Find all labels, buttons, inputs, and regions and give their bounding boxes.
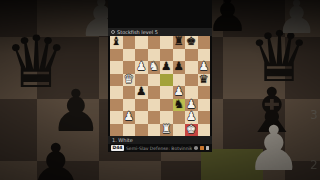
move-bar: 1. White	[108, 136, 212, 144]
square-d3[interactable]	[148, 99, 161, 112]
square-e8[interactable]	[160, 36, 173, 49]
square-g5[interactable]	[185, 74, 198, 87]
pawn-silhouette-icon: ♟	[28, 136, 84, 180]
square-e6[interactable]: ♟	[160, 61, 173, 74]
square-h1[interactable]	[198, 124, 211, 137]
square-a8[interactable]: ♝	[110, 36, 123, 49]
backdrop-highlight-square	[201, 149, 263, 180]
queen-silhouette-icon: ♛	[4, 26, 69, 98]
white-pawn-icon: ♟	[173, 85, 186, 98]
bishop-silhouette-icon: ♝	[244, 80, 300, 142]
square-d8[interactable]	[148, 36, 161, 49]
square-a2[interactable]	[110, 111, 123, 124]
white-queen-icon: ♛	[123, 73, 136, 86]
square-d7[interactable]	[148, 49, 161, 62]
square-e5[interactable]	[160, 74, 173, 87]
square-f3[interactable]: ♞	[173, 99, 186, 112]
square-d2[interactable]	[148, 111, 161, 124]
square-f5[interactable]	[173, 74, 186, 87]
white-pawn-icon: ♟	[123, 110, 136, 123]
black-pawn-icon: ♟	[135, 85, 148, 98]
square-c7[interactable]	[135, 49, 148, 62]
eye-icon[interactable]	[194, 146, 198, 150]
white-rook-icon: ♜	[160, 123, 173, 136]
square-g6[interactable]	[185, 61, 198, 74]
engine-icon	[111, 30, 115, 34]
square-h8[interactable]	[198, 36, 211, 49]
square-d1[interactable]	[148, 124, 161, 137]
square-c8[interactable]	[135, 36, 148, 49]
square-f2[interactable]	[173, 111, 186, 124]
square-d4[interactable]	[148, 86, 161, 99]
square-b2[interactable]: ♟	[123, 111, 136, 124]
square-h5[interactable]: ♛	[198, 74, 211, 87]
queen-silhouette-icon: ♛	[248, 22, 311, 92]
share-icon[interactable]	[206, 146, 210, 150]
book-icon[interactable]	[200, 146, 204, 150]
black-pawn-icon: ♟	[173, 60, 186, 73]
square-h7[interactable]	[198, 49, 211, 62]
opening-name: Semi-Slav Defense: Botvinnik Variation	[126, 146, 192, 151]
square-a3[interactable]	[110, 99, 123, 112]
engine-title: Stockfish level 5	[117, 29, 158, 35]
square-e7[interactable]	[160, 49, 173, 62]
square-g2[interactable]: ♟	[185, 111, 198, 124]
pawn-silhouette-icon: ♟	[206, 0, 249, 38]
square-b4[interactable]	[123, 86, 136, 99]
square-a7[interactable]	[110, 49, 123, 62]
square-g1[interactable]: ♚	[185, 124, 198, 137]
white-pawn-icon: ♟	[185, 98, 198, 111]
square-b8[interactable]	[123, 36, 136, 49]
backdrop-rank-label: 3	[310, 108, 318, 122]
square-b5[interactable]: ♛	[123, 74, 136, 87]
square-c2[interactable]	[135, 111, 148, 124]
backdrop-rank-label: 2	[310, 158, 318, 172]
square-b3[interactable]	[123, 99, 136, 112]
pawn-silhouette-icon: ♟	[276, 0, 317, 40]
black-queen-icon: ♛	[198, 73, 211, 86]
chess-app-screen: Stockfish level 5 ♝♜♚♟♞♟♟♟♛♛♟♟♞♟♟♟♜♚ 1. …	[108, 0, 212, 152]
square-e3[interactable]	[160, 99, 173, 112]
white-pawn-icon: ♟	[135, 60, 148, 73]
square-h3[interactable]	[198, 99, 211, 112]
square-d6[interactable]: ♞	[148, 61, 161, 74]
square-g4[interactable]	[185, 86, 198, 99]
square-c5[interactable]	[135, 74, 148, 87]
square-b6[interactable]	[123, 61, 136, 74]
square-c4[interactable]: ♟	[135, 86, 148, 99]
square-h4[interactable]	[198, 86, 211, 99]
square-f4[interactable]: ♟	[173, 86, 186, 99]
square-e2[interactable]	[160, 111, 173, 124]
black-knight-icon: ♞	[173, 98, 186, 111]
move-indicator: 1. White	[112, 137, 133, 143]
engine-title-bar: Stockfish level 5	[108, 28, 212, 36]
opening-bar: D44 Semi-Slav Defense: Botvinnik Variati…	[108, 144, 212, 152]
video-frame: ♛♟♟♟♟♛♝♟♟32 Stockfish level 5 ♝♜♚♟♞♟♟♟♛♛…	[0, 0, 320, 180]
white-king-icon: ♚	[185, 123, 198, 136]
square-a6[interactable]	[110, 61, 123, 74]
chess-board[interactable]: ♝♜♚♟♞♟♟♟♛♛♟♟♞♟♟♟♜♚	[110, 36, 210, 136]
square-a4[interactable]	[110, 86, 123, 99]
square-e1[interactable]: ♜	[160, 124, 173, 137]
black-pawn-icon: ♟	[160, 60, 173, 73]
square-c3[interactable]	[135, 99, 148, 112]
white-knight-icon: ♞	[148, 60, 161, 73]
square-g8[interactable]: ♚	[185, 36, 198, 49]
square-c1[interactable]	[135, 124, 148, 137]
square-g3[interactable]: ♟	[185, 99, 198, 112]
eco-badge: D44	[111, 145, 124, 151]
square-c6[interactable]: ♟	[135, 61, 148, 74]
square-f8[interactable]: ♜	[173, 36, 186, 49]
square-h2[interactable]	[198, 111, 211, 124]
black-bishop-icon: ♝	[110, 35, 123, 48]
black-king-icon: ♚	[185, 35, 198, 48]
square-f1[interactable]	[173, 124, 186, 137]
black-rook-icon: ♜	[173, 35, 186, 48]
square-b1[interactable]	[123, 124, 136, 137]
square-a5[interactable]	[110, 74, 123, 87]
square-d5[interactable]	[148, 74, 161, 87]
square-b7[interactable]	[123, 49, 136, 62]
square-h6[interactable]: ♟	[198, 61, 211, 74]
square-f7[interactable]	[173, 49, 186, 62]
square-f6[interactable]: ♟	[173, 61, 186, 74]
square-g7[interactable]	[185, 49, 198, 62]
pawn-silhouette-icon: ♟	[50, 82, 102, 140]
square-e4[interactable]	[160, 86, 173, 99]
white-pawn-icon: ♟	[185, 110, 198, 123]
square-a1[interactable]	[110, 124, 123, 137]
white-pawn-icon: ♟	[198, 60, 211, 73]
